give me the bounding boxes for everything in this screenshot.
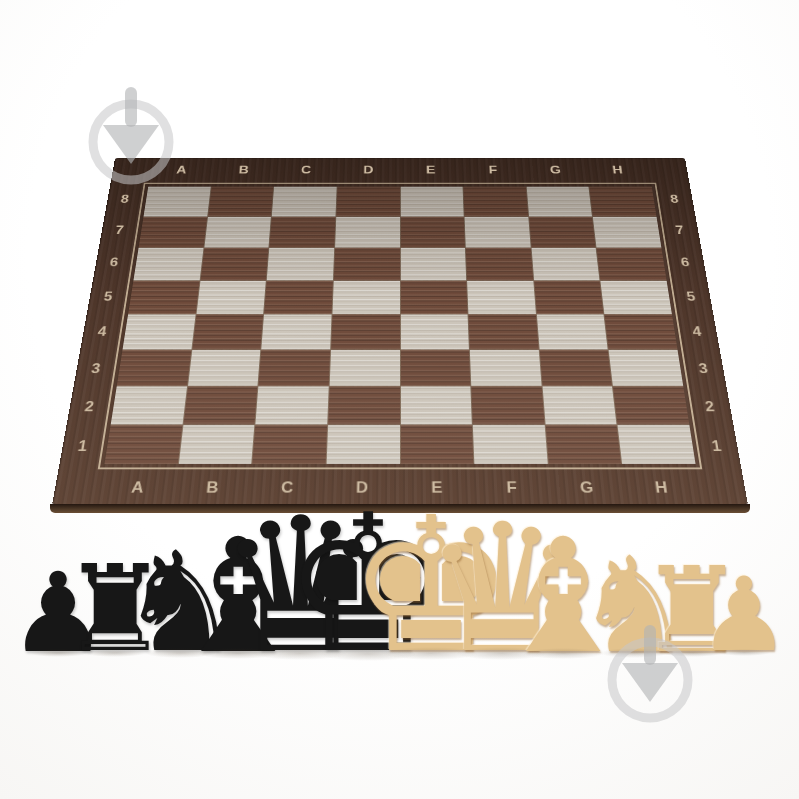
pieces-tray: ♟♜♞♝♛♚♚♛♝♞♜♟ <box>0 0 799 799</box>
product-photo-scene: ABCDEFGH ABCDEFGH 87654321 87654321 ♟♜♞♝… <box>0 0 799 799</box>
white-pawn-glyph: ♟ <box>698 564 789 666</box>
